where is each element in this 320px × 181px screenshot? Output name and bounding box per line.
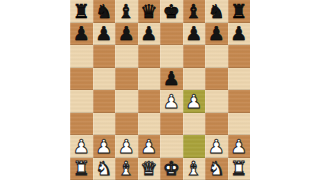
- white-pawn[interactable]: ♟: [118, 136, 135, 155]
- black-bishop[interactable]: ♝: [118, 1, 135, 20]
- square-c8[interactable]: ♝: [115, 0, 138, 23]
- square-b8[interactable]: ♞: [93, 0, 116, 23]
- square-a4[interactable]: [70, 90, 93, 113]
- square-g5[interactable]: [205, 68, 228, 91]
- white-pawn[interactable]: ♟: [163, 91, 180, 110]
- square-g1[interactable]: ♞: [205, 158, 228, 181]
- white-rook[interactable]: ♜: [73, 159, 90, 178]
- square-h8[interactable]: ♜: [228, 0, 251, 23]
- square-f4[interactable]: ♟: [183, 90, 206, 113]
- square-b4[interactable]: [93, 90, 116, 113]
- square-d4[interactable]: [138, 90, 161, 113]
- black-pawn[interactable]: ♟: [118, 24, 135, 43]
- square-d7[interactable]: ♟: [138, 23, 161, 46]
- black-pawn[interactable]: ♟: [208, 24, 225, 43]
- square-b3[interactable]: [93, 113, 116, 136]
- chess-board: ♜♞♝♛♚♝♞♜♟♟♟♟♟♟♟♟♟♟♟♟♟♟♟♟♜♞♝♛♚♝♞♜: [70, 0, 250, 180]
- square-f5[interactable]: [183, 68, 206, 91]
- square-f7[interactable]: ♟: [183, 23, 206, 46]
- square-f6[interactable]: [183, 45, 206, 68]
- white-pawn[interactable]: ♟: [73, 136, 90, 155]
- square-b1[interactable]: ♞: [93, 158, 116, 181]
- square-f1[interactable]: ♝: [183, 158, 206, 181]
- black-pawn[interactable]: ♟: [185, 24, 202, 43]
- square-e8[interactable]: ♚: [160, 0, 183, 23]
- black-pawn[interactable]: ♟: [163, 69, 180, 88]
- square-c5[interactable]: [115, 68, 138, 91]
- square-h3[interactable]: [228, 113, 251, 136]
- square-g6[interactable]: [205, 45, 228, 68]
- square-h1[interactable]: ♜: [228, 158, 251, 181]
- square-a8[interactable]: ♜: [70, 0, 93, 23]
- page: ♜♞♝♛♚♝♞♜♟♟♟♟♟♟♟♟♟♟♟♟♟♟♟♟♜♞♝♛♚♝♞♜: [0, 0, 320, 180]
- square-g2[interactable]: ♟: [205, 135, 228, 158]
- square-a1[interactable]: ♜: [70, 158, 93, 181]
- black-rook[interactable]: ♜: [73, 1, 90, 20]
- black-king[interactable]: ♚: [163, 1, 180, 20]
- square-c4[interactable]: [115, 90, 138, 113]
- square-d2[interactable]: ♟: [138, 135, 161, 158]
- square-h6[interactable]: [228, 45, 251, 68]
- square-c6[interactable]: [115, 45, 138, 68]
- square-d6[interactable]: [138, 45, 161, 68]
- square-g8[interactable]: ♞: [205, 0, 228, 23]
- square-b2[interactable]: ♟: [93, 135, 116, 158]
- square-h4[interactable]: [228, 90, 251, 113]
- square-f3[interactable]: [183, 113, 206, 136]
- white-rook[interactable]: ♜: [230, 159, 247, 178]
- square-d5[interactable]: [138, 68, 161, 91]
- white-bishop[interactable]: ♝: [185, 159, 202, 178]
- square-e3[interactable]: [160, 113, 183, 136]
- square-e6[interactable]: [160, 45, 183, 68]
- black-pawn[interactable]: ♟: [73, 24, 90, 43]
- black-knight[interactable]: ♞: [95, 1, 112, 20]
- square-h5[interactable]: [228, 68, 251, 91]
- black-pawn[interactable]: ♟: [95, 24, 112, 43]
- square-g7[interactable]: ♟: [205, 23, 228, 46]
- black-rook[interactable]: ♜: [230, 1, 247, 20]
- square-c7[interactable]: ♟: [115, 23, 138, 46]
- white-pawn[interactable]: ♟: [185, 91, 202, 110]
- white-knight[interactable]: ♞: [208, 159, 225, 178]
- square-f2[interactable]: [183, 135, 206, 158]
- square-e2[interactable]: [160, 135, 183, 158]
- white-pawn[interactable]: ♟: [95, 136, 112, 155]
- white-knight[interactable]: ♞: [95, 159, 112, 178]
- square-c2[interactable]: ♟: [115, 135, 138, 158]
- white-bishop[interactable]: ♝: [118, 159, 135, 178]
- black-knight[interactable]: ♞: [208, 1, 225, 20]
- square-d3[interactable]: [138, 113, 161, 136]
- square-a5[interactable]: [70, 68, 93, 91]
- square-e1[interactable]: ♚: [160, 158, 183, 181]
- square-b5[interactable]: [93, 68, 116, 91]
- square-a6[interactable]: [70, 45, 93, 68]
- white-queen[interactable]: ♛: [140, 159, 157, 178]
- square-g3[interactable]: [205, 113, 228, 136]
- square-b6[interactable]: [93, 45, 116, 68]
- square-e5[interactable]: ♟: [160, 68, 183, 91]
- square-d8[interactable]: ♛: [138, 0, 161, 23]
- square-c1[interactable]: ♝: [115, 158, 138, 181]
- square-b7[interactable]: ♟: [93, 23, 116, 46]
- square-f8[interactable]: ♝: [183, 0, 206, 23]
- white-pawn[interactable]: ♟: [230, 136, 247, 155]
- square-e4[interactable]: ♟: [160, 90, 183, 113]
- white-pawn[interactable]: ♟: [208, 136, 225, 155]
- square-h2[interactable]: ♟: [228, 135, 251, 158]
- black-pawn[interactable]: ♟: [230, 24, 247, 43]
- square-c3[interactable]: [115, 113, 138, 136]
- white-king[interactable]: ♚: [163, 159, 180, 178]
- square-h7[interactable]: ♟: [228, 23, 251, 46]
- white-pawn[interactable]: ♟: [140, 136, 157, 155]
- square-d1[interactable]: ♛: [138, 158, 161, 181]
- black-queen[interactable]: ♛: [140, 1, 157, 20]
- square-e7[interactable]: [160, 23, 183, 46]
- square-a2[interactable]: ♟: [70, 135, 93, 158]
- black-pawn[interactable]: ♟: [140, 24, 157, 43]
- square-a7[interactable]: ♟: [70, 23, 93, 46]
- square-g4[interactable]: [205, 90, 228, 113]
- square-a3[interactable]: [70, 113, 93, 136]
- black-bishop[interactable]: ♝: [185, 1, 202, 20]
